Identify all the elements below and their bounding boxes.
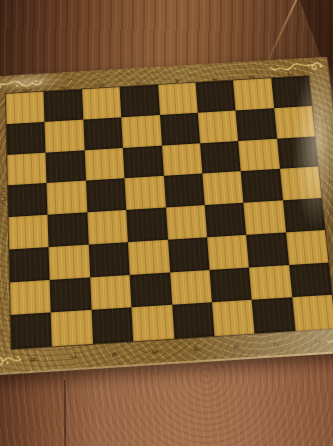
board-square[interactable]	[123, 145, 163, 178]
board-square[interactable]	[244, 200, 286, 234]
board-square[interactable]	[198, 110, 239, 143]
board-square[interactable]	[125, 176, 166, 210]
coordinate-label: a	[0, 99, 12, 120]
board-square[interactable]	[163, 174, 204, 208]
board-square[interactable]	[49, 244, 90, 279]
board-border: 87654321 abcdefgh abcdefgh 87654321	[0, 57, 333, 376]
table-plank-seam	[64, 380, 66, 446]
board-square[interactable]	[207, 235, 249, 270]
board-square[interactable]	[128, 239, 170, 274]
board-square[interactable]	[165, 205, 206, 239]
board-square[interactable]	[47, 181, 87, 215]
board-square[interactable]	[159, 113, 199, 146]
board-square[interactable]	[86, 178, 127, 212]
board-square[interactable]	[45, 119, 85, 152]
coordinate-label: e	[316, 202, 333, 224]
board-square[interactable]	[161, 143, 202, 176]
coordinate-label: f	[320, 234, 333, 257]
board-square[interactable]	[48, 212, 89, 246]
coordinate-label: f	[0, 255, 16, 278]
coordinate-label: 6	[97, 68, 105, 104]
coordinate-label: c	[310, 140, 333, 162]
board-square[interactable]	[130, 272, 172, 308]
coordinate-label: e	[0, 222, 15, 245]
coordinate-label: 8	[28, 338, 36, 380]
coordinate-label: b	[307, 110, 333, 131]
coordinate-label: g	[323, 266, 333, 289]
photo-stage: 87654321 abcdefgh abcdefgh 87654321	[0, 0, 333, 446]
board-square[interactable]	[238, 138, 279, 171]
coordinate-label: h	[0, 321, 17, 345]
board-square[interactable]	[209, 267, 252, 303]
board-square[interactable]	[167, 237, 209, 272]
board-square[interactable]	[246, 232, 288, 267]
board-square[interactable]	[87, 210, 128, 244]
chess-board: 87654321 abcdefgh abcdefgh 87654321	[0, 57, 333, 376]
coordinate-label: 8	[21, 72, 28, 108]
board-square[interactable]	[46, 150, 86, 183]
board-square[interactable]	[126, 208, 167, 242]
coordinate-label: h	[326, 299, 333, 323]
board-square[interactable]	[241, 169, 283, 203]
board-square[interactable]	[50, 277, 91, 313]
board-square[interactable]	[170, 270, 212, 306]
board-square[interactable]	[83, 117, 123, 150]
board-square[interactable]	[236, 108, 277, 141]
coordinate-label: a	[304, 80, 333, 101]
board-square[interactable]	[84, 148, 124, 181]
board-square[interactable]	[202, 171, 243, 205]
coordinate-label: 5	[135, 65, 143, 101]
coordinate-label: d	[313, 171, 333, 193]
board-square[interactable]	[205, 203, 247, 237]
board-square[interactable]	[90, 274, 132, 310]
coordinate-label: g	[0, 287, 17, 310]
board-square[interactable]	[249, 265, 292, 300]
board-square[interactable]	[121, 115, 161, 148]
board-square[interactable]	[88, 242, 129, 277]
coordinate-label: 7	[59, 70, 66, 106]
board-grid[interactable]	[6, 76, 333, 349]
coordinate-label: c	[0, 160, 14, 182]
coordinate-label: b	[0, 129, 13, 151]
board-square[interactable]	[200, 141, 241, 174]
